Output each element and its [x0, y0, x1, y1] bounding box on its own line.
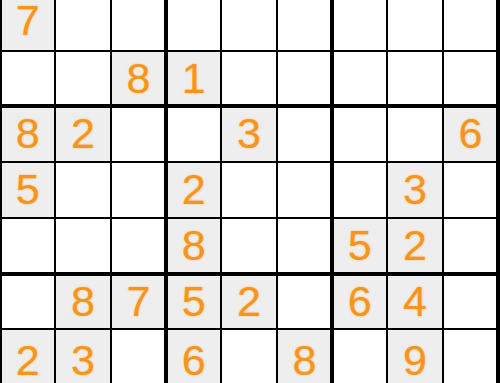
cell-r4c6[interactable]	[277, 106, 332, 163]
cell-r2c2[interactable]	[55, 0, 110, 51]
cell-r6c6[interactable]	[277, 218, 332, 274]
grid-line-v3	[164, 0, 168, 383]
cell-r7c9[interactable]	[443, 274, 498, 329]
cell-r8c9[interactable]	[443, 329, 498, 383]
cell-r6c1[interactable]	[0, 218, 55, 274]
cell-r3c6[interactable]	[277, 51, 332, 106]
cell-r4c4[interactable]	[166, 106, 221, 163]
cell-r7c6[interactable]	[277, 274, 332, 329]
cell-r7c2: 8	[55, 274, 110, 329]
cell-r5c3[interactable]	[111, 162, 166, 218]
cell-r6c5[interactable]	[221, 218, 276, 274]
cell-r2c8[interactable]	[387, 0, 442, 51]
cell-r2c5[interactable]	[221, 0, 276, 51]
cell-r3c4: 1	[166, 51, 221, 106]
cell-r4c7[interactable]	[332, 106, 387, 163]
sudoku-board: 781823652385287526423689	[0, 0, 500, 383]
cell-r6c4: 8	[166, 218, 221, 274]
cell-r7c3: 7	[111, 274, 166, 329]
cell-r2c3[interactable]	[111, 0, 166, 51]
cell-r8c4: 6	[166, 329, 221, 383]
cell-r5c8: 3	[387, 162, 442, 218]
grid-line-v9	[496, 0, 500, 383]
cell-r2c7[interactable]	[332, 0, 387, 51]
cell-r3c8[interactable]	[387, 51, 442, 106]
cell-r3c2[interactable]	[55, 51, 110, 106]
cell-r3c7[interactable]	[332, 51, 387, 106]
grid-line-v0	[0, 0, 2, 383]
grid-line-v2	[110, 0, 112, 383]
cell-r5c5[interactable]	[221, 162, 276, 218]
grid-line-v6	[330, 0, 334, 383]
cell-r5c4: 2	[166, 162, 221, 218]
cell-r5c9[interactable]	[443, 162, 498, 218]
grid-line-v5	[276, 0, 278, 383]
cell-r3c1[interactable]	[0, 51, 55, 106]
cell-r5c6[interactable]	[277, 162, 332, 218]
cell-r8c3[interactable]	[111, 329, 166, 383]
cell-r6c9[interactable]	[443, 218, 498, 274]
cell-r8c7[interactable]	[332, 329, 387, 383]
cell-r7c5: 2	[221, 274, 276, 329]
cell-r3c3: 8	[111, 51, 166, 106]
cell-r6c8: 2	[387, 218, 442, 274]
cell-r6c3[interactable]	[111, 218, 166, 274]
grid-line-h5	[0, 272, 500, 276]
grid-line-v1	[54, 0, 56, 383]
cell-r2c1: 7	[0, 0, 55, 51]
cell-r5c1: 5	[0, 162, 55, 218]
grid-line-v7	[386, 0, 388, 383]
cell-r4c1: 8	[0, 106, 55, 163]
cell-r4c3[interactable]	[111, 106, 166, 163]
cell-r4c5: 3	[221, 106, 276, 163]
cell-r4c9: 6	[443, 106, 498, 163]
cell-r2c6[interactable]	[277, 0, 332, 51]
cell-r4c8[interactable]	[387, 106, 442, 163]
grid-line-v4	[220, 0, 222, 383]
cell-r8c8: 9	[387, 329, 442, 383]
cell-r7c8: 4	[387, 274, 442, 329]
grid-line-v8	[442, 0, 444, 383]
cell-r8c6: 8	[277, 329, 332, 383]
cell-r5c2[interactable]	[55, 162, 110, 218]
grid-line-h6	[0, 328, 500, 330]
cell-r7c1[interactable]	[0, 274, 55, 329]
cell-r4c2: 2	[55, 106, 110, 163]
cell-r3c5[interactable]	[221, 51, 276, 106]
cell-r5c7[interactable]	[332, 162, 387, 218]
cell-r7c7: 6	[332, 274, 387, 329]
cell-r6c2[interactable]	[55, 218, 110, 274]
cell-r3c9[interactable]	[443, 51, 498, 106]
cell-r2c9[interactable]	[443, 0, 498, 51]
cell-r2c4[interactable]	[166, 0, 221, 51]
cell-r6c7: 5	[332, 218, 387, 274]
grid-line-h1	[0, 50, 500, 52]
cell-r8c2: 3	[55, 329, 110, 383]
cell-r8c1: 2	[0, 329, 55, 383]
grid-line-h4	[0, 217, 500, 219]
grid-line-h2	[0, 104, 500, 108]
cell-r7c4: 5	[166, 274, 221, 329]
cell-r8c5[interactable]	[221, 329, 276, 383]
grid-line-h3	[0, 161, 500, 163]
